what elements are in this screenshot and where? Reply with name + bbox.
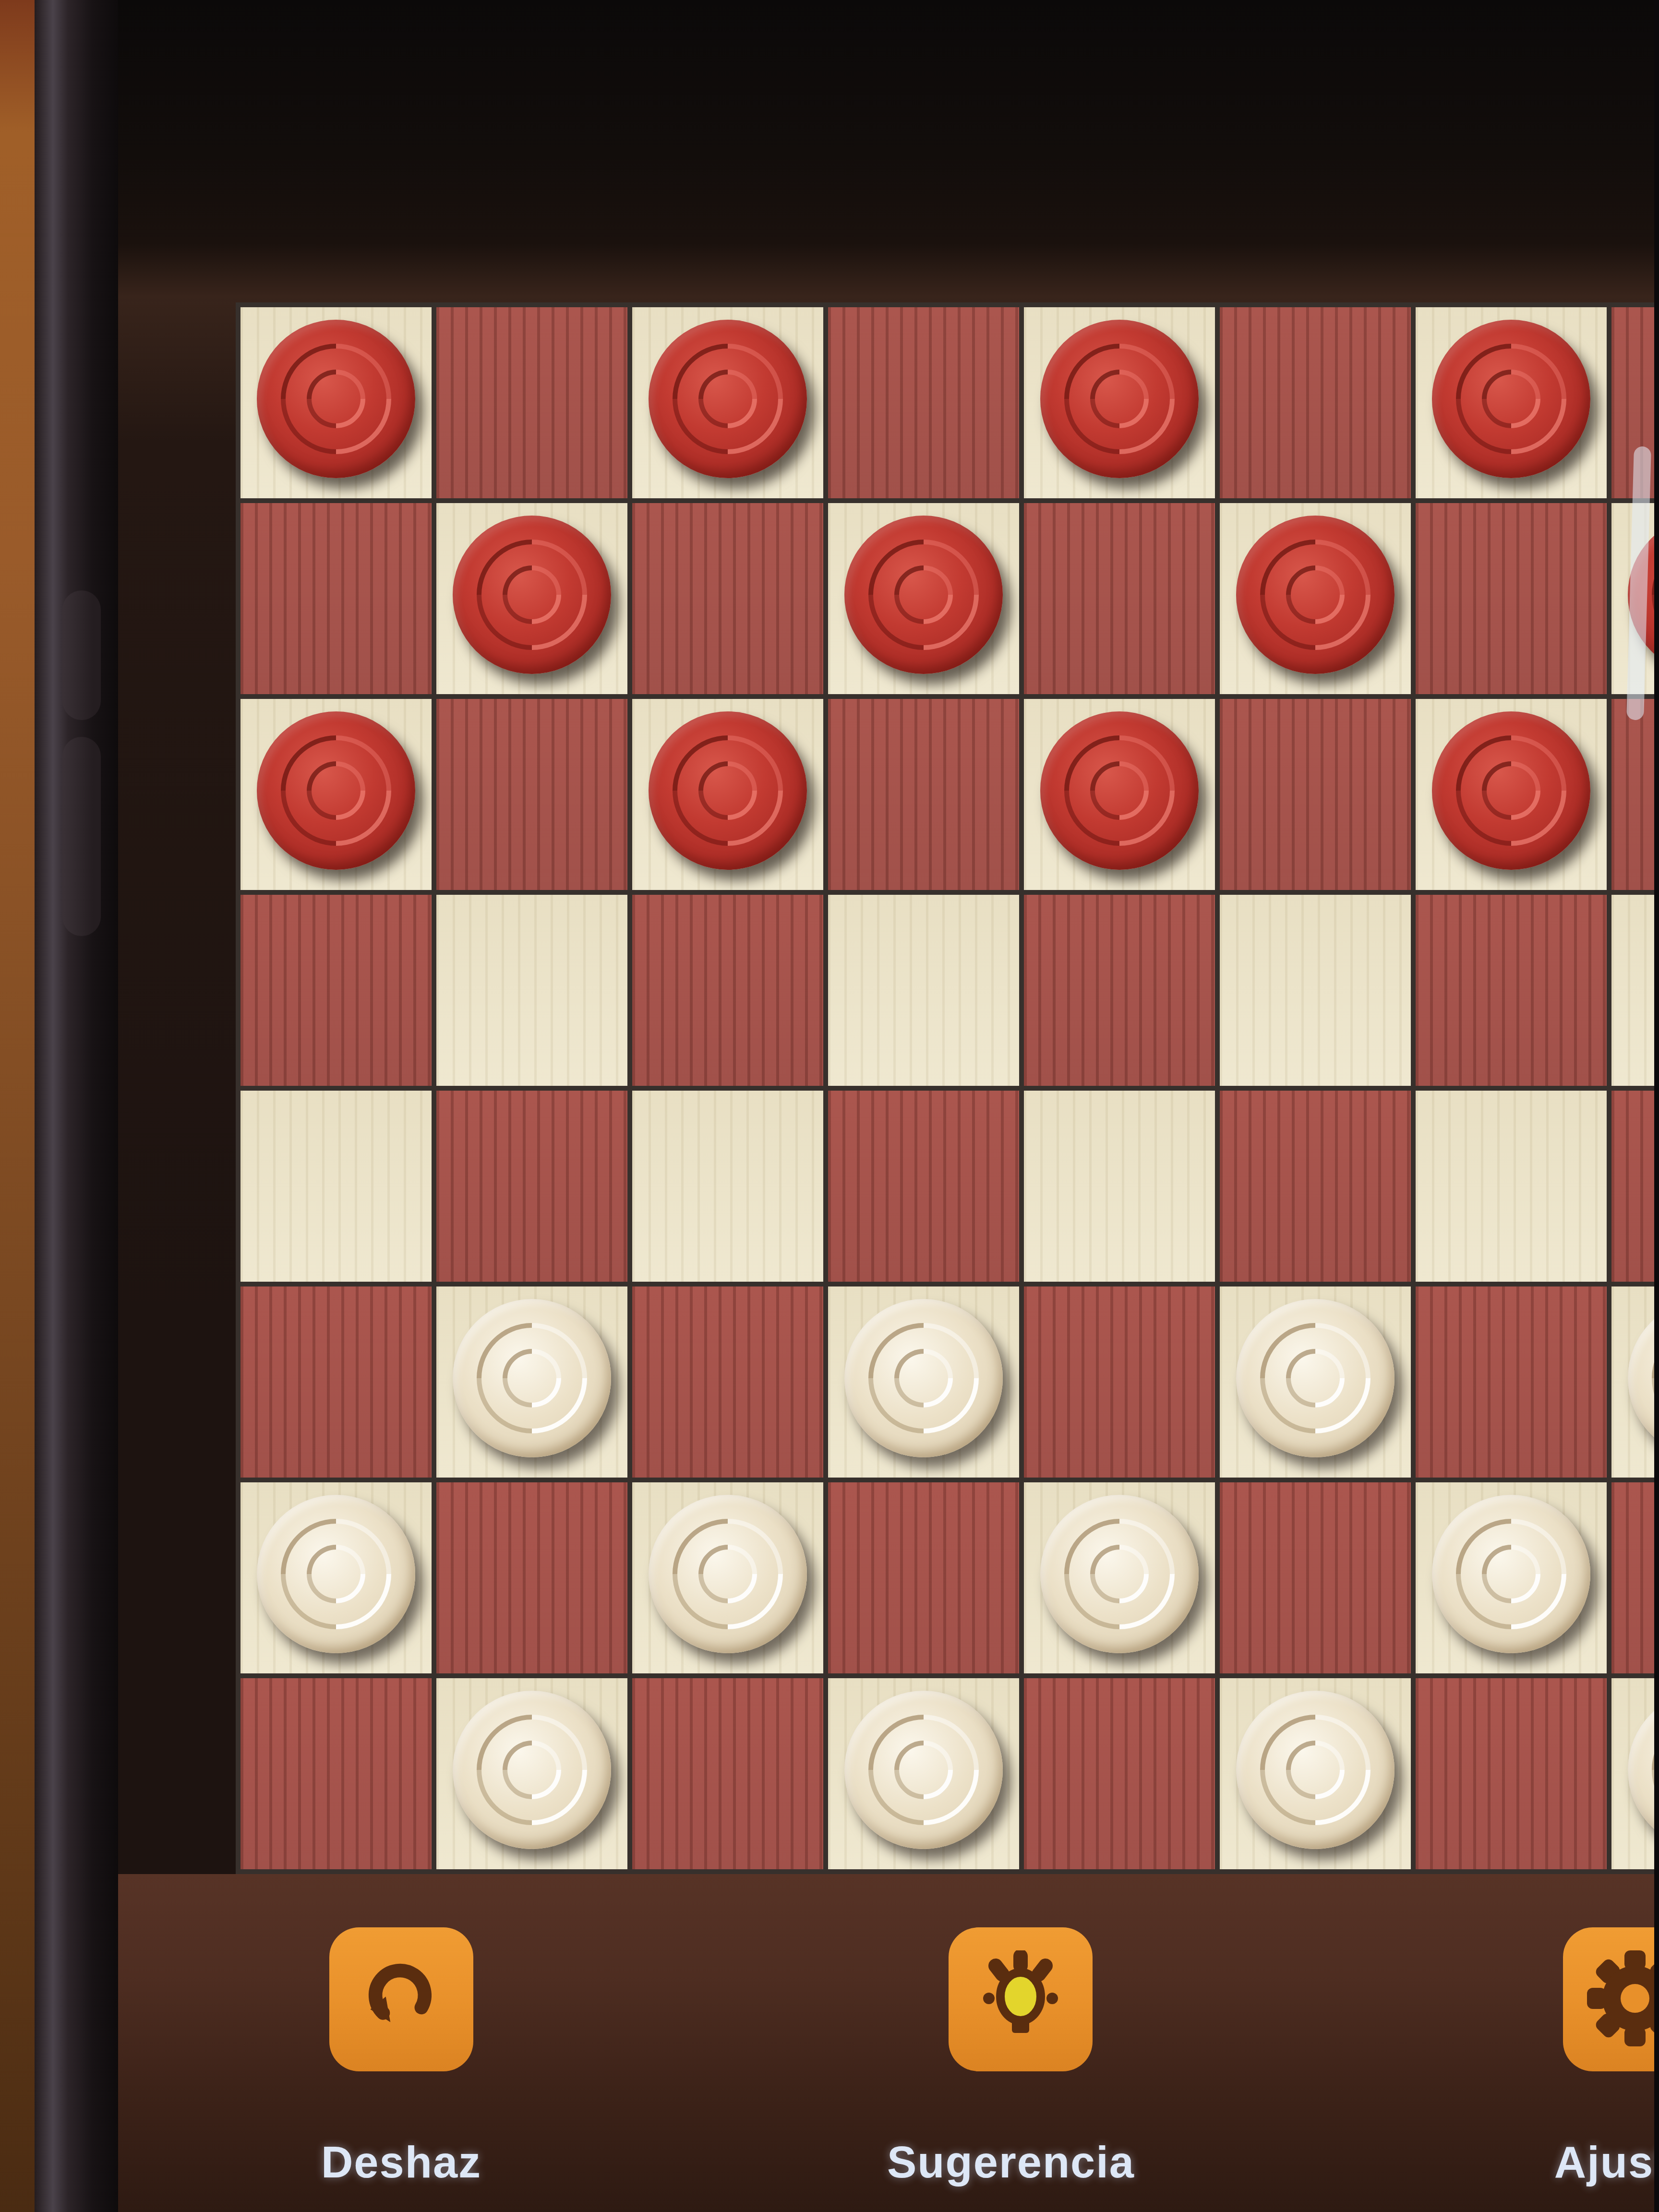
square-r2c4[interactable] (828, 503, 1019, 694)
piece-white[interactable] (257, 1495, 415, 1653)
piece-red[interactable] (1040, 320, 1199, 478)
square-r6c7[interactable] (1416, 1286, 1607, 1478)
piece-red[interactable] (1040, 711, 1199, 870)
square-r5c8[interactable] (1611, 1091, 1654, 1282)
piece-red[interactable] (1432, 711, 1590, 870)
square-r4c2[interactable] (436, 895, 627, 1086)
square-r1c7[interactable] (1416, 307, 1607, 498)
phone-screen: Deshaz Sugerencia Ajustes (118, 0, 1654, 2212)
square-r8c8[interactable] (1611, 1678, 1654, 1869)
square-r2c1[interactable] (240, 503, 432, 694)
settings-button[interactable] (1563, 1927, 1654, 2071)
light-bulb-icon (973, 1950, 1069, 2048)
piece-red[interactable] (453, 516, 611, 674)
square-r7c2[interactable] (436, 1482, 627, 1673)
undo-arrow-icon (356, 1953, 447, 2046)
square-r4c8[interactable] (1611, 895, 1654, 1086)
square-r2c7[interactable] (1416, 503, 1607, 694)
square-r6c5[interactable] (1024, 1286, 1215, 1478)
square-r7c6[interactable] (1220, 1482, 1411, 1673)
square-r7c1[interactable] (240, 1482, 432, 1673)
table-wood-edge (0, 0, 35, 2212)
piece-white[interactable] (844, 1299, 1003, 1457)
square-r6c6[interactable] (1220, 1286, 1411, 1478)
piece-red[interactable] (844, 516, 1003, 674)
volume-down-button (62, 737, 101, 936)
square-r5c5[interactable] (1024, 1091, 1215, 1282)
square-r3c6[interactable] (1220, 699, 1411, 890)
checkers-board (236, 302, 1654, 1874)
square-r8c3[interactable] (632, 1678, 823, 1869)
piece-red[interactable] (649, 711, 807, 870)
phone-bezel (35, 0, 118, 2212)
square-r6c3[interactable] (632, 1286, 823, 1478)
square-r8c7[interactable] (1416, 1678, 1607, 1869)
square-r5c1[interactable] (240, 1091, 432, 1282)
piece-white[interactable] (1628, 1691, 1654, 1849)
square-r8c2[interactable] (436, 1678, 627, 1869)
square-r7c4[interactable] (828, 1482, 1019, 1673)
piece-red[interactable] (257, 320, 415, 478)
volume-up-button (62, 590, 101, 720)
piece-red[interactable] (257, 711, 415, 870)
square-r2c2[interactable] (436, 503, 627, 694)
square-r6c2[interactable] (436, 1286, 627, 1478)
square-r2c3[interactable] (632, 503, 823, 694)
piece-white[interactable] (649, 1495, 807, 1653)
square-r5c3[interactable] (632, 1091, 823, 1282)
piece-white[interactable] (1628, 1299, 1654, 1457)
piece-white[interactable] (1040, 1495, 1199, 1653)
square-r4c4[interactable] (828, 895, 1019, 1086)
piece-red[interactable] (1236, 516, 1395, 674)
square-r3c3[interactable] (632, 699, 823, 890)
square-r4c5[interactable] (1024, 895, 1215, 1086)
piece-white[interactable] (1432, 1495, 1590, 1653)
piece-red[interactable] (649, 320, 807, 478)
hint-button[interactable] (949, 1927, 1093, 2071)
piece-white[interactable] (1236, 1299, 1395, 1457)
square-r3c1[interactable] (240, 699, 432, 890)
undo-label: Deshaz (248, 2137, 555, 2188)
square-r8c6[interactable] (1220, 1678, 1411, 1869)
square-r7c5[interactable] (1024, 1482, 1215, 1673)
piece-white[interactable] (453, 1691, 611, 1849)
square-r3c8[interactable] (1611, 699, 1654, 890)
phone-bezel-right (1654, 0, 1659, 2212)
square-r6c8[interactable] (1611, 1286, 1654, 1478)
square-r1c5[interactable] (1024, 307, 1215, 498)
square-r4c6[interactable] (1220, 895, 1411, 1086)
square-r4c1[interactable] (240, 895, 432, 1086)
square-r3c5[interactable] (1024, 699, 1215, 890)
square-r1c4[interactable] (828, 307, 1019, 498)
square-r6c1[interactable] (240, 1286, 432, 1478)
square-r2c6[interactable] (1220, 503, 1411, 694)
piece-white[interactable] (844, 1691, 1003, 1849)
square-r7c8[interactable] (1611, 1482, 1654, 1673)
square-r1c2[interactable] (436, 307, 627, 498)
phone-photo: Deshaz Sugerencia Ajustes (0, 0, 1659, 2212)
square-r3c2[interactable] (436, 699, 627, 890)
settings-label: Ajustes (1484, 2137, 1654, 2188)
piece-white[interactable] (453, 1299, 611, 1457)
square-r5c2[interactable] (436, 1091, 627, 1282)
piece-red[interactable] (1432, 320, 1590, 478)
square-r1c1[interactable] (240, 307, 432, 498)
square-r7c7[interactable] (1416, 1482, 1607, 1673)
piece-white[interactable] (1236, 1691, 1395, 1849)
square-r5c4[interactable] (828, 1091, 1019, 1282)
square-r1c3[interactable] (632, 307, 823, 498)
square-r1c6[interactable] (1220, 307, 1411, 498)
square-r8c5[interactable] (1024, 1678, 1215, 1869)
square-r5c7[interactable] (1416, 1091, 1607, 1282)
square-r4c3[interactable] (632, 895, 823, 1086)
square-r4c7[interactable] (1416, 895, 1607, 1086)
square-r8c1[interactable] (240, 1678, 432, 1869)
square-r3c7[interactable] (1416, 699, 1607, 890)
gear-icon (1587, 1950, 1654, 2048)
square-r2c5[interactable] (1024, 503, 1215, 694)
hint-label: Sugerencia (857, 2137, 1165, 2188)
undo-button[interactable] (329, 1927, 473, 2071)
square-r6c4[interactable] (828, 1286, 1019, 1478)
square-r5c6[interactable] (1220, 1091, 1411, 1282)
square-r8c4[interactable] (828, 1678, 1019, 1869)
square-r3c4[interactable] (828, 699, 1019, 890)
square-r7c3[interactable] (632, 1482, 823, 1673)
